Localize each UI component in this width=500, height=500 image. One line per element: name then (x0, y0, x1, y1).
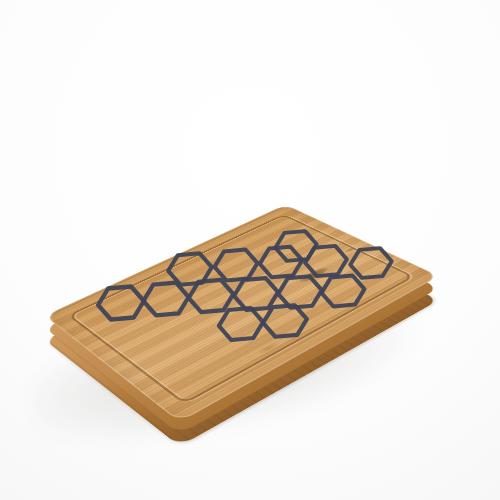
product-photo-stage (0, 0, 500, 500)
